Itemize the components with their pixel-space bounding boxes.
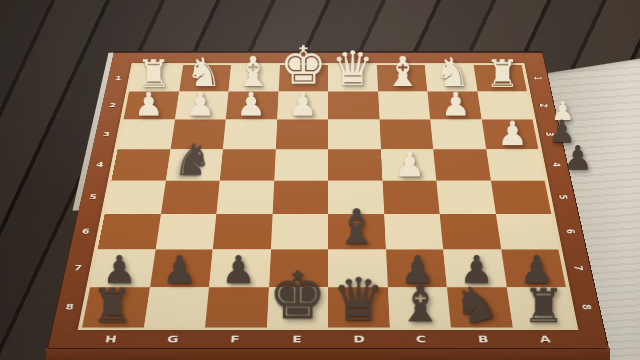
square-f2[interactable]: ♟ (226, 92, 279, 120)
file-label: H (78, 330, 143, 348)
piece-black-pawn-g7[interactable]: ♟ (162, 250, 196, 288)
square-c1[interactable]: ♝ (376, 65, 427, 92)
square-f7[interactable]: ♟ (209, 249, 270, 287)
square-c5[interactable] (382, 181, 439, 214)
file-label: C (390, 330, 453, 348)
square-h2[interactable]: ♟ (123, 92, 178, 120)
square-g5[interactable] (161, 181, 220, 214)
square-h3[interactable] (118, 120, 175, 150)
square-c6[interactable] (384, 214, 443, 249)
square-f8[interactable] (205, 287, 268, 327)
square-c4[interactable]: ♟ (381, 149, 437, 180)
piece-black-knight-g4[interactable]: ♞ (173, 138, 212, 181)
chess-board: 1 2 3 4 5 6 7 8 1 2 3 4 5 6 7 8 H (48, 51, 608, 348)
piece-black-bishop-d6[interactable]: ♝ (335, 203, 378, 251)
square-e4[interactable] (274, 149, 328, 180)
rank-label: 3 (523, 128, 577, 140)
piece-white-pawn-f2[interactable]: ♟ (237, 88, 266, 121)
square-d2[interactable] (328, 92, 379, 120)
rank-label: 4 (528, 158, 584, 171)
square-d4[interactable] (328, 149, 382, 180)
square-f3[interactable] (223, 120, 277, 150)
square-b4[interactable] (433, 149, 490, 180)
file-label: G (141, 330, 205, 348)
square-e8[interactable]: ♚ (267, 287, 328, 327)
piece-white-pawn-g2[interactable]: ♟ (185, 88, 214, 121)
rank-label: 6 (541, 224, 600, 239)
square-d1[interactable]: ♛ (328, 65, 378, 92)
square-b3[interactable] (430, 120, 486, 150)
board-front-edge (46, 348, 610, 360)
board-inner-border: ♜♞♝♚♛♝♞♜♟♟♟♟♟♟♞♟♝♟♟♟♟♟♟♜♚♛♝♞♜ (78, 63, 579, 330)
file-label: B (451, 330, 515, 348)
square-d3[interactable] (328, 120, 381, 150)
piece-black-rook-h8[interactable]: ♜ (91, 282, 133, 329)
file-labels-bottom: H G F E D C B A (78, 330, 578, 348)
piece-black-king-e8[interactable]: ♚ (268, 264, 326, 329)
chess-photo-scene: 1 2 3 4 5 6 7 8 1 2 3 4 5 6 7 8 H (0, 0, 640, 360)
piece-white-bishop-c1[interactable]: ♝ (384, 51, 421, 92)
board-squares: ♜♞♝♚♛♝♞♜♟♟♟♟♟♟♞♟♝♟♟♟♟♟♟♜♚♛♝♞♜ (82, 65, 574, 328)
rank-label: 8 (555, 299, 619, 316)
square-g8[interactable] (144, 287, 209, 327)
file-label: F (203, 330, 266, 348)
square-c8[interactable]: ♝ (387, 287, 450, 327)
square-h6[interactable] (98, 214, 161, 249)
square-b6[interactable] (440, 214, 501, 249)
square-b5[interactable] (436, 181, 495, 214)
file-label: A (513, 330, 578, 348)
square-b2[interactable]: ♟ (427, 92, 481, 120)
square-e6[interactable] (270, 214, 328, 249)
square-g7[interactable]: ♟ (150, 249, 213, 287)
rank-label: 1 (512, 73, 563, 84)
square-g2[interactable]: ♟ (175, 92, 229, 120)
piece-black-pawn-f7[interactable]: ♟ (222, 250, 256, 288)
piece-black-queen-d8[interactable]: ♛ (332, 270, 385, 329)
rank-label: 2 (517, 100, 570, 112)
rank-label: 7 (547, 260, 608, 276)
square-d6[interactable]: ♝ (328, 214, 386, 249)
board-frame: 1 2 3 4 5 6 7 8 1 2 3 4 5 6 7 8 H (48, 51, 608, 348)
piece-white-pawn-c4[interactable]: ♟ (394, 147, 425, 182)
square-f6[interactable] (213, 214, 272, 249)
square-f5[interactable] (216, 181, 273, 214)
square-h4[interactable] (111, 149, 170, 180)
square-e5[interactable] (272, 181, 328, 214)
rank-label: 5 (534, 190, 592, 204)
square-c2[interactable] (378, 92, 431, 120)
piece-white-queen-d1[interactable]: ♛ (331, 45, 374, 93)
piece-white-pawn-b2[interactable]: ♟ (441, 88, 470, 121)
square-d8[interactable]: ♛ (328, 287, 389, 327)
piece-black-bishop-c8[interactable]: ♝ (397, 278, 443, 329)
piece-white-pawn-e2[interactable]: ♟ (288, 88, 317, 121)
square-g4[interactable]: ♞ (165, 149, 222, 180)
square-f4[interactable] (220, 149, 276, 180)
file-label: E (266, 330, 329, 348)
file-label: D (328, 330, 391, 348)
square-h8[interactable]: ♜ (82, 287, 150, 327)
square-h5[interactable] (105, 181, 166, 214)
square-g6[interactable] (155, 214, 216, 249)
square-e2[interactable]: ♟ (277, 92, 328, 120)
square-e3[interactable] (275, 120, 328, 150)
piece-white-pawn-h2[interactable]: ♟ (134, 88, 163, 121)
square-b8[interactable]: ♞ (447, 287, 512, 327)
